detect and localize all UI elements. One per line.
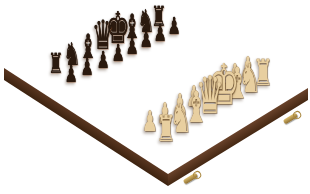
file-label-a: A [29, 56, 57, 70]
black-king-e8: ♚ [105, 6, 129, 50]
square-g8 [132, 24, 159, 38]
file-label-g: G [120, 17, 145, 29]
square-e6 [133, 54, 161, 69]
white-queen-d1: ♛ [196, 69, 225, 121]
square-g1 [237, 84, 264, 100]
square-f6 [147, 47, 174, 62]
square-d1 [196, 107, 225, 124]
file-label-h: H [134, 11, 158, 23]
square-a2 [134, 122, 165, 140]
white-knight-b1: ♞ [170, 98, 192, 138]
black-knight-g8: ♞ [137, 6, 154, 37]
file-label-f: F [239, 101, 264, 116]
square-d2 [180, 97, 209, 114]
square-h3 [219, 60, 246, 75]
rank-label-7: 7 [42, 80, 70, 96]
white-rook-h1: ♜ [253, 55, 273, 91]
brass-latch-2 [283, 112, 298, 124]
square-h6 [175, 34, 201, 48]
white-bishop-c1: ♝ [184, 86, 208, 129]
board-side-front [168, 88, 308, 186]
white-pawn-c2: ♟ [172, 91, 188, 119]
black-pawn-f7: ♟ [140, 28, 153, 52]
square-c2 [165, 105, 194, 122]
white-pawn-g2: ♟ [227, 61, 243, 89]
rank-label-5: 5 [73, 100, 101, 116]
white-pawn-h2: ♟ [240, 54, 256, 82]
square-d4 [149, 79, 178, 95]
square-c7 [88, 58, 117, 74]
band-corner [154, 151, 180, 167]
file-label-e: E [92, 29, 117, 42]
rank-label-6: 6 [188, 29, 212, 42]
rank-label-8: 8 [159, 13, 183, 25]
rank-label-2: 2 [121, 130, 150, 147]
file-label-g: G [252, 94, 277, 109]
file-label-e: E [226, 109, 252, 124]
white-rook-a1: ♜ [156, 111, 176, 147]
file-label-d: D [77, 35, 103, 48]
rank-label-8: 8 [27, 71, 55, 86]
square-c1 [181, 115, 210, 133]
black-pawn-c7: ♟ [96, 49, 109, 73]
black-rook-a8: ♜ [48, 50, 63, 78]
white-pawn-f2: ♟ [214, 68, 230, 96]
black-queen-d8: ♛ [92, 16, 114, 56]
square-g7 [147, 32, 174, 46]
band-corner [14, 63, 39, 77]
band-corner [148, 6, 170, 17]
square-c8 [73, 49, 102, 64]
black-bishop-c8: ♝ [78, 30, 97, 64]
file-label-f: F [106, 23, 131, 36]
square-g3 [206, 67, 233, 82]
rank-label-4: 4 [217, 46, 241, 59]
square-e2 [194, 90, 222, 106]
white-bishop-f1: ♝ [225, 62, 249, 105]
black-pawn-e7: ♟ [126, 35, 139, 59]
rank-label-1: 1 [137, 141, 166, 159]
square-f5 [162, 56, 190, 71]
white-knight-g1: ♞ [239, 58, 261, 98]
square-e5 [148, 63, 176, 79]
square-b8 [57, 56, 86, 72]
square-b6 [87, 75, 117, 91]
square-g4 [191, 58, 218, 73]
file-label-d: D [212, 117, 238, 133]
square-g2 [221, 75, 248, 91]
rank-label-3: 3 [232, 54, 256, 68]
square-b5 [103, 84, 133, 101]
square-h7 [160, 26, 186, 40]
white-king-e1: ♚ [208, 57, 239, 113]
square-g5 [176, 49, 203, 64]
square-b3 [134, 103, 164, 120]
square-h8 [146, 18, 172, 32]
square-e3 [178, 81, 206, 97]
folding-chess-board: ABCDEFGH8877665544332211ABCDEFGH [4, 2, 308, 174]
square-e7 [118, 45, 146, 60]
square-a1 [151, 132, 182, 151]
black-pawn-g7: ♟ [154, 22, 167, 46]
square-f1 [223, 92, 251, 108]
square-c3 [149, 96, 178, 113]
file-label-c: C [197, 125, 224, 141]
square-f7 [133, 38, 160, 53]
square-f4 [177, 65, 205, 80]
board-grid: ABCDEFGH8877665544332211ABCDEFGH [14, 6, 299, 167]
square-a6 [71, 82, 101, 99]
square-f2 [208, 83, 236, 99]
square-f3 [192, 74, 220, 90]
black-knight-b8: ♞ [64, 39, 81, 70]
square-b7 [72, 66, 102, 82]
square-b4 [118, 94, 148, 111]
square-b1 [166, 123, 196, 141]
black-rook-h8: ♜ [152, 3, 167, 31]
square-a5 [87, 92, 117, 109]
square-h2 [234, 69, 261, 84]
square-h1 [249, 77, 276, 93]
square-d5 [133, 70, 162, 86]
square-g6 [161, 41, 188, 56]
black-pawn-d7: ♟ [111, 42, 124, 66]
band-corner [277, 80, 299, 93]
square-d7 [103, 52, 131, 67]
white-pawn-a2: ♟ [142, 108, 158, 136]
square-a4 [102, 102, 132, 120]
chess-set-photo: ABCDEFGH8877665544332211ABCDEFGH ♜♞♝♛♚♝♞… [0, 0, 310, 194]
square-e8 [104, 36, 132, 51]
black-pawn-h7: ♟ [167, 15, 180, 39]
black-pawn-a7: ♟ [65, 63, 78, 87]
square-a8 [41, 63, 71, 79]
square-h4 [204, 51, 231, 66]
square-f8 [118, 30, 145, 44]
rank-label-1: 1 [262, 72, 286, 86]
square-a7 [56, 73, 86, 90]
board-side-left [4, 68, 168, 186]
rank-label-5: 5 [202, 37, 226, 50]
square-d8 [89, 43, 117, 58]
file-label-a: A [167, 142, 195, 159]
square-b2 [150, 113, 180, 131]
fold-seam [84, 44, 231, 119]
file-label-b: B [183, 133, 210, 150]
square-h5 [189, 43, 216, 57]
file-label-c: C [61, 42, 88, 56]
square-c5 [118, 77, 147, 93]
square-e4 [163, 72, 191, 88]
rank-label-6: 6 [57, 90, 85, 106]
rank-label-2: 2 [247, 63, 271, 77]
rank-label-7: 7 [174, 21, 198, 34]
white-pawn-b2: ♟ [157, 100, 173, 128]
black-bishop-f8: ♝ [123, 10, 142, 44]
white-pawn-d2: ♟ [186, 83, 202, 111]
white-pawn-e2: ♟ [200, 76, 216, 104]
file-label-b: B [45, 49, 72, 63]
square-d3 [164, 88, 193, 105]
square-c6 [103, 68, 132, 84]
rank-label-3: 3 [105, 120, 133, 137]
square-a3 [118, 112, 148, 130]
rank-label-4: 4 [89, 110, 117, 127]
square-c4 [134, 86, 163, 103]
black-pawn-b7: ♟ [81, 56, 94, 80]
square-e1 [210, 99, 238, 116]
file-label-h: H [265, 86, 289, 100]
square-d6 [118, 61, 147, 77]
